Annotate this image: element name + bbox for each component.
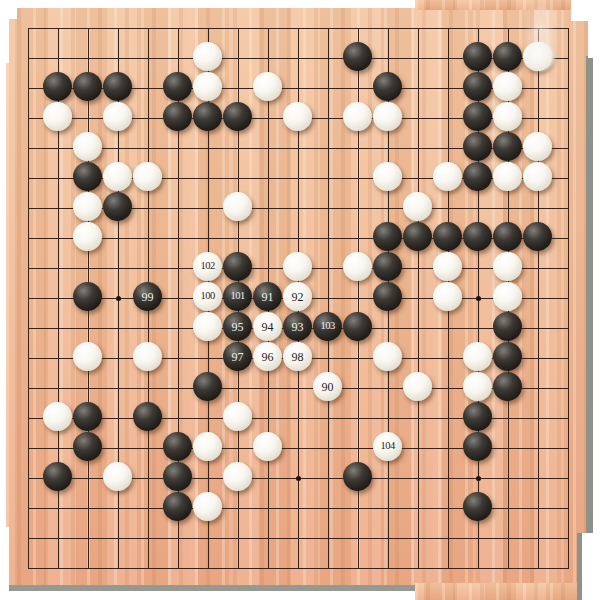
white-stone: [283, 102, 312, 131]
black-stone: [163, 72, 192, 101]
white-stone: [73, 222, 102, 251]
black-stone: [73, 432, 102, 461]
black-stone: [343, 42, 372, 71]
black-stone: 103: [313, 312, 342, 341]
black-stone: [523, 222, 552, 251]
move-number-label: 91: [262, 291, 274, 303]
black-stone: [133, 402, 162, 431]
white-stone: [523, 162, 552, 191]
black-stone: [73, 72, 102, 101]
white-stone: [43, 102, 72, 131]
white-stone: 90: [313, 372, 342, 401]
white-stone: [493, 282, 522, 311]
grid-line-vertical: [538, 28, 539, 569]
move-number-label: 98: [292, 351, 304, 363]
white-stone: [463, 372, 492, 401]
move-number-label: 101: [230, 291, 244, 302]
move-number-label: 100: [200, 291, 214, 302]
grid-line-horizontal: [28, 568, 569, 569]
white-stone: [193, 42, 222, 71]
black-stone: [463, 72, 492, 101]
move-number-label: 104: [380, 441, 394, 452]
white-stone: [343, 252, 372, 281]
black-stone: 97: [223, 342, 252, 371]
white-stone: [103, 162, 132, 191]
white-stone: [493, 102, 522, 131]
move-number-label: 92: [292, 291, 304, 303]
star-point: [116, 296, 121, 301]
black-stone: [73, 162, 102, 191]
move-number-label: 99: [142, 291, 154, 303]
white-stone: 102: [193, 252, 222, 281]
black-stone: [73, 282, 102, 311]
black-stone: [43, 462, 72, 491]
star-point: [476, 476, 481, 481]
grid-line-vertical: [568, 28, 569, 569]
move-number-label: 102: [200, 261, 214, 272]
black-stone: [463, 222, 492, 251]
black-stone: [373, 252, 402, 281]
white-stone: [133, 342, 162, 371]
white-stone: [193, 492, 222, 521]
black-stone: [223, 252, 252, 281]
white-stone: [343, 102, 372, 131]
black-stone: [43, 72, 72, 101]
white-stone: [223, 462, 252, 491]
black-stone: [193, 372, 222, 401]
black-stone: [223, 102, 252, 131]
white-stone: [223, 402, 252, 431]
black-stone: 91: [253, 282, 282, 311]
black-stone: [163, 492, 192, 521]
white-stone: 100: [193, 282, 222, 311]
black-stone: [403, 222, 432, 251]
black-stone: [463, 492, 492, 521]
black-stone: [463, 42, 492, 71]
white-stone: [403, 192, 432, 221]
move-number-label: 103: [320, 321, 334, 332]
black-stone: [493, 222, 522, 251]
black-stone: [493, 42, 522, 71]
black-stone: [493, 312, 522, 341]
white-stone: [493, 252, 522, 281]
black-stone: [463, 162, 492, 191]
white-stone: [253, 432, 282, 461]
black-stone: [433, 222, 462, 251]
black-stone: [343, 462, 372, 491]
white-stone: [193, 432, 222, 461]
white-stone: [403, 372, 432, 401]
grid-line-horizontal: [28, 538, 569, 539]
white-stone: [253, 72, 282, 101]
black-stone: [373, 282, 402, 311]
white-stone: [133, 162, 162, 191]
black-stone: [493, 342, 522, 371]
white-stone: [223, 192, 252, 221]
drag-ghost-stone: [526, 42, 555, 71]
black-stone: [103, 72, 132, 101]
black-stone: 101: [223, 282, 252, 311]
black-stone: 93: [283, 312, 312, 341]
black-stone: [163, 102, 192, 131]
star-point: [476, 296, 481, 301]
black-stone: [373, 222, 402, 251]
move-number-label: 93: [292, 321, 304, 333]
black-stone: [463, 402, 492, 431]
white-stone: [433, 162, 462, 191]
grid-line-vertical: [328, 28, 329, 569]
black-stone: 99: [133, 282, 162, 311]
white-stone: [73, 192, 102, 221]
white-stone: [193, 72, 222, 101]
white-stone: [433, 252, 462, 281]
black-stone: [463, 102, 492, 131]
white-stone: [493, 162, 522, 191]
move-number-label: 97: [232, 351, 244, 363]
white-stone: [193, 312, 222, 341]
white-stone: [73, 132, 102, 161]
white-stone: 98: [283, 342, 312, 371]
black-stone: [463, 432, 492, 461]
move-number-label: 96: [262, 351, 274, 363]
move-number-label: 94: [262, 321, 274, 333]
black-stone: [463, 132, 492, 161]
star-point: [296, 476, 301, 481]
white-stone: [373, 342, 402, 371]
white-stone: 92: [283, 282, 312, 311]
white-stone: [523, 132, 552, 161]
white-stone: [103, 102, 132, 131]
white-stone: [103, 462, 132, 491]
white-stone: [373, 102, 402, 131]
black-stone: 95: [223, 312, 252, 341]
black-stone: [73, 402, 102, 431]
white-stone: [493, 72, 522, 101]
black-stone: [193, 102, 222, 131]
move-number-label: 90: [322, 381, 334, 393]
black-stone: [103, 192, 132, 221]
white-stone: [433, 282, 462, 311]
white-stone: [73, 342, 102, 371]
white-stone: [463, 342, 492, 371]
white-stone: [373, 162, 402, 191]
black-stone: [493, 132, 522, 161]
go-board-screenshot: 10299100101919295949310397969890104: [0, 0, 600, 600]
black-stone: [343, 312, 372, 341]
white-stone: [43, 402, 72, 431]
black-stone: [373, 72, 402, 101]
white-stone: 104: [373, 432, 402, 461]
black-stone: [163, 462, 192, 491]
black-stone: [493, 372, 522, 401]
move-number-label: 95: [232, 321, 244, 333]
white-stone: 94: [253, 312, 282, 341]
grid-line-vertical: [418, 28, 419, 569]
white-stone: [283, 252, 312, 281]
goban-board[interactable]: 10299100101919295949310397969890104: [0, 0, 600, 600]
white-stone: 96: [253, 342, 282, 371]
black-stone: [163, 432, 192, 461]
